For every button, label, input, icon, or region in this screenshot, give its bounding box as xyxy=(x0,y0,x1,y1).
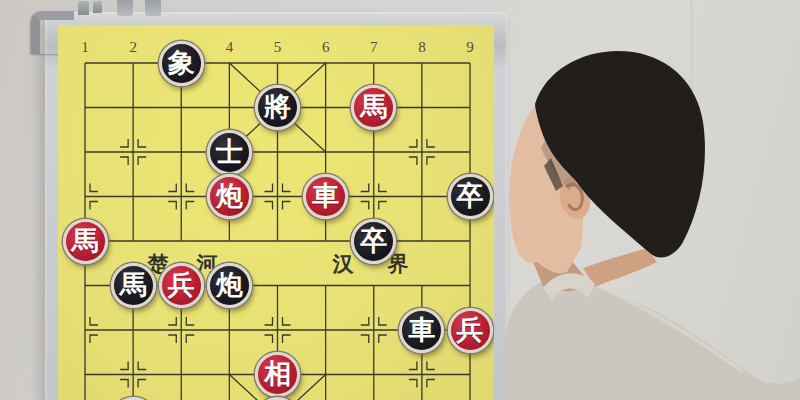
wall-bracket xyxy=(117,0,133,16)
black-elephant[interactable]: 象 xyxy=(159,41,204,86)
column-label: 9 xyxy=(459,39,481,56)
black-horse[interactable]: 馬 xyxy=(111,263,156,308)
column-label: 1 xyxy=(74,39,96,56)
piece-character: 卒 xyxy=(360,228,387,255)
river-label-han: 汉 xyxy=(330,250,356,278)
mounting-clip xyxy=(78,1,89,15)
piece-character: 士 xyxy=(216,139,243,166)
red-soldier[interactable]: 兵 xyxy=(448,308,493,353)
nape-skin xyxy=(583,248,657,287)
red-horse[interactable]: 馬 xyxy=(351,85,396,130)
red-soldier[interactable]: 兵 xyxy=(159,263,204,308)
column-label: 6 xyxy=(315,39,337,56)
mounting-clip xyxy=(93,1,102,13)
piece-character: 炮 xyxy=(216,183,243,210)
piece-character: 兵 xyxy=(457,317,484,344)
column-label: 4 xyxy=(218,39,240,56)
black-soldier[interactable]: 卒 xyxy=(448,174,493,219)
piece-character: 馬 xyxy=(120,272,147,299)
xiangqi-board: 123456789 楚 河 汉 界 象將馬士炮車卒馬卒馬兵炮車兵相 xyxy=(58,25,494,400)
black-soldier[interactable]: 卒 xyxy=(351,219,396,264)
column-label: 5 xyxy=(267,39,289,56)
red-elephant[interactable]: 相 xyxy=(255,352,300,397)
column-label: 7 xyxy=(363,39,385,56)
black-advisor[interactable]: 士 xyxy=(207,130,252,175)
piece-character: 兵 xyxy=(168,272,195,299)
photo-scene: { "game": "xiangqi", "scene": "Man in gr… xyxy=(0,0,800,400)
piece-character: 卒 xyxy=(457,183,484,210)
piece-character: 象 xyxy=(168,50,195,77)
person xyxy=(495,0,800,400)
column-label: 2 xyxy=(122,39,144,56)
piece-character: 馬 xyxy=(72,228,99,255)
wall-bracket xyxy=(145,0,161,16)
red-cannon[interactable]: 炮 xyxy=(207,174,252,219)
demo-whiteboard: 123456789 楚 河 汉 界 象將馬士炮車卒馬卒馬兵炮車兵相 xyxy=(45,12,507,400)
piece-character: 車 xyxy=(408,317,435,344)
black-general[interactable]: 將 xyxy=(255,85,300,130)
piece-character: 相 xyxy=(264,361,291,388)
piece-character: 車 xyxy=(312,183,339,210)
black-cannon[interactable]: 炮 xyxy=(207,263,252,308)
black-chariot[interactable]: 車 xyxy=(399,308,444,353)
piece-character: 馬 xyxy=(360,94,387,121)
red-horse[interactable]: 馬 xyxy=(63,219,108,264)
column-label: 8 xyxy=(411,39,433,56)
red-chariot[interactable]: 車 xyxy=(303,174,348,219)
piece-character: 將 xyxy=(264,94,291,121)
piece-character: 炮 xyxy=(216,272,243,299)
